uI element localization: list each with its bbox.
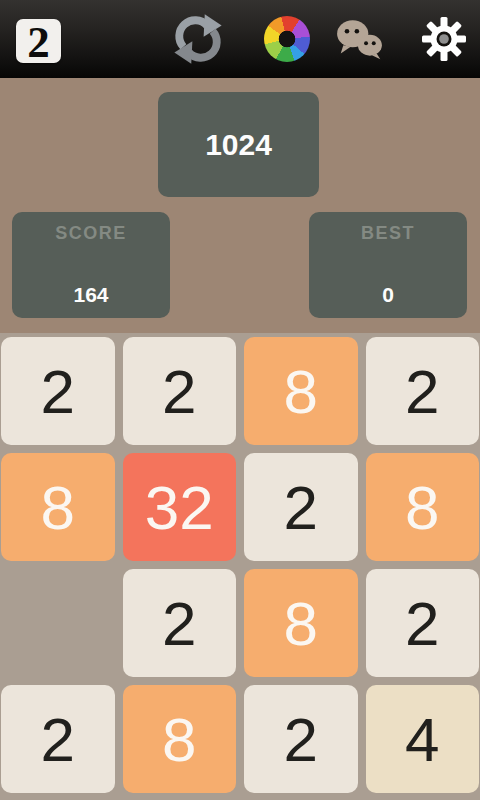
tile-value: 2 (284, 472, 318, 543)
tile-32-r2c2: 32 (123, 453, 237, 561)
tile-value: 2 (405, 356, 439, 427)
tile-8-r2c4: 8 (366, 453, 480, 561)
app-logo[interactable]: 2 (16, 19, 61, 63)
wechat-icon (335, 18, 385, 60)
score-value: 164 (12, 283, 170, 307)
empty-cell-r3c1 (1, 569, 115, 677)
tile-8-r2c1: 8 (1, 453, 115, 561)
theme-color-button[interactable] (262, 0, 312, 78)
tile-value: 4 (405, 704, 439, 775)
wechat-share-button[interactable] (332, 0, 388, 78)
settings-button[interactable] (416, 0, 472, 78)
tile-2-r4c3: 2 (244, 685, 358, 793)
tile-value: 8 (405, 472, 439, 543)
tile-value: 32 (145, 472, 214, 543)
tile-4-r4c4: 4 (366, 685, 480, 793)
tile-8-r3c3: 8 (244, 569, 358, 677)
tile-8-r1c3: 8 (244, 337, 358, 445)
color-aperture-icon (264, 16, 310, 62)
goal-tile-value: 1024 (205, 128, 272, 162)
tile-2-r1c4: 2 (366, 337, 480, 445)
best-value: 0 (309, 283, 467, 307)
tile-value: 8 (284, 356, 318, 427)
tile-2-r3c2: 2 (123, 569, 237, 677)
tile-2-r3c4: 2 (366, 569, 480, 677)
restart-button[interactable] (166, 0, 230, 78)
tile-value: 2 (162, 356, 196, 427)
gear-icon (420, 15, 468, 63)
tile-value: 8 (162, 704, 196, 775)
action-bar: 2 (0, 0, 480, 78)
goal-tile-button[interactable]: 1024 (158, 92, 319, 197)
tile-value: 2 (41, 356, 75, 427)
tile-value: 8 (284, 588, 318, 659)
score-header: 1024 SCORE 164 BEST 0 (0, 78, 480, 333)
tile-2-r2c3: 2 (244, 453, 358, 561)
tile-value: 2 (41, 704, 75, 775)
tile-2-r1c1: 2 (1, 337, 115, 445)
restart-icon (171, 12, 225, 66)
tile-value: 2 (284, 704, 318, 775)
tile-value: 2 (405, 588, 439, 659)
tile-value: 2 (162, 588, 196, 659)
best-label: BEST (309, 223, 467, 244)
tile-2-r4c1: 2 (1, 685, 115, 793)
score-panel: SCORE 164 (12, 212, 170, 318)
tile-2-r1c2: 2 (123, 337, 237, 445)
tile-8-r4c2: 8 (123, 685, 237, 793)
best-panel: BEST 0 (309, 212, 467, 318)
board-grid[interactable]: 2282832282822824 (0, 333, 480, 800)
score-label: SCORE (12, 223, 170, 244)
tile-value: 8 (41, 472, 75, 543)
